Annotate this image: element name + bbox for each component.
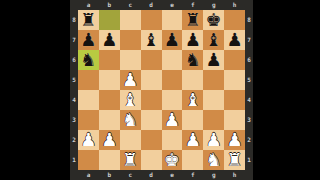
letterbox-background: abcdefgh8♜♜♚87♟♟♝♟♟♝♟76♞♞♟65♟54♝♝43♞♟32♟… bbox=[0, 0, 320, 180]
piece-white-bishop[interactable]: ♝ bbox=[185, 91, 201, 109]
file-label-bottom-g: g bbox=[203, 170, 224, 180]
piece-white-knight[interactable]: ♞ bbox=[122, 111, 138, 129]
rank-label-right-5: 5 bbox=[245, 70, 253, 90]
rank-label-right-1: 1 bbox=[245, 150, 253, 170]
piece-white-pawn[interactable]: ♟ bbox=[80, 131, 96, 149]
file-label-bottom-h: h bbox=[224, 170, 245, 180]
file-label-top-b: b bbox=[99, 0, 120, 10]
piece-black-king[interactable]: ♚ bbox=[206, 11, 222, 29]
square-c2[interactable] bbox=[120, 130, 141, 150]
file-label-top-d: d bbox=[141, 0, 162, 10]
file-label-top-e: e bbox=[162, 0, 183, 10]
square-b2[interactable]: ♟ bbox=[99, 130, 120, 150]
square-g8[interactable]: ♚ bbox=[203, 10, 224, 30]
piece-black-rook[interactable]: ♜ bbox=[80, 11, 96, 29]
piece-black-pawn[interactable]: ♟ bbox=[226, 31, 242, 49]
piece-white-rook[interactable]: ♜ bbox=[226, 151, 242, 169]
piece-black-pawn[interactable]: ♟ bbox=[185, 31, 201, 49]
file-label-top-c: c bbox=[120, 0, 141, 10]
rank-label-left-1: 1 bbox=[70, 150, 78, 170]
square-f4[interactable]: ♝ bbox=[182, 90, 203, 110]
rank-label-right-2: 2 bbox=[245, 130, 253, 150]
rank-label-left-3: 3 bbox=[70, 110, 78, 130]
square-e3[interactable]: ♟ bbox=[162, 110, 183, 130]
square-g3[interactable] bbox=[203, 110, 224, 130]
square-d2[interactable] bbox=[141, 130, 162, 150]
square-f7[interactable]: ♟ bbox=[182, 30, 203, 50]
square-b6[interactable] bbox=[99, 50, 120, 70]
square-g5[interactable] bbox=[203, 70, 224, 90]
square-c6[interactable] bbox=[120, 50, 141, 70]
square-h5[interactable] bbox=[224, 70, 245, 90]
piece-black-pawn[interactable]: ♟ bbox=[101, 31, 117, 49]
file-label-bottom-b: b bbox=[99, 170, 120, 180]
square-g2[interactable]: ♟ bbox=[203, 130, 224, 150]
rank-label-right-3: 3 bbox=[245, 110, 253, 130]
square-e1[interactable]: ♚ bbox=[162, 150, 183, 170]
square-f3[interactable] bbox=[182, 110, 203, 130]
square-f6[interactable]: ♞ bbox=[182, 50, 203, 70]
square-h4[interactable] bbox=[224, 90, 245, 110]
file-label-top-a: a bbox=[78, 0, 99, 10]
square-b7[interactable]: ♟ bbox=[99, 30, 120, 50]
square-a5[interactable] bbox=[78, 70, 99, 90]
piece-white-pawn[interactable]: ♟ bbox=[164, 111, 180, 129]
square-g4[interactable] bbox=[203, 90, 224, 110]
square-d3[interactable] bbox=[141, 110, 162, 130]
file-label-top-h: h bbox=[224, 0, 245, 10]
square-a4[interactable] bbox=[78, 90, 99, 110]
piece-black-pawn[interactable]: ♟ bbox=[164, 31, 180, 49]
square-d8[interactable] bbox=[141, 10, 162, 30]
piece-white-knight[interactable]: ♞ bbox=[206, 151, 222, 169]
file-label-bottom-d: d bbox=[141, 170, 162, 180]
file-label-bottom-a: a bbox=[78, 170, 99, 180]
square-g1[interactable]: ♞ bbox=[203, 150, 224, 170]
square-a1[interactable] bbox=[78, 150, 99, 170]
rank-label-left-6: 6 bbox=[70, 50, 78, 70]
square-h8[interactable] bbox=[224, 10, 245, 30]
square-h6[interactable] bbox=[224, 50, 245, 70]
piece-white-bishop[interactable]: ♝ bbox=[122, 91, 138, 109]
piece-black-knight[interactable]: ♞ bbox=[185, 51, 201, 69]
square-e8[interactable] bbox=[162, 10, 183, 30]
board-corner bbox=[245, 170, 253, 180]
square-c8[interactable] bbox=[120, 10, 141, 30]
square-c3[interactable]: ♞ bbox=[120, 110, 141, 130]
file-label-bottom-c: c bbox=[120, 170, 141, 180]
piece-white-pawn[interactable]: ♟ bbox=[122, 71, 138, 89]
square-d4[interactable] bbox=[141, 90, 162, 110]
chess-board: abcdefgh8♜♜♚87♟♟♝♟♟♝♟76♞♞♟65♟54♝♝43♞♟32♟… bbox=[70, 0, 253, 180]
square-f1[interactable] bbox=[182, 150, 203, 170]
square-h1[interactable]: ♜ bbox=[224, 150, 245, 170]
rank-label-left-5: 5 bbox=[70, 70, 78, 90]
rank-label-right-4: 4 bbox=[245, 90, 253, 110]
board-corner bbox=[70, 0, 78, 10]
rank-label-left-8: 8 bbox=[70, 10, 78, 30]
piece-black-bishop[interactable]: ♝ bbox=[206, 31, 222, 49]
square-e7[interactable]: ♟ bbox=[162, 30, 183, 50]
square-a8[interactable]: ♜ bbox=[78, 10, 99, 30]
square-a6-lastmove-highlight[interactable]: ♞ bbox=[78, 50, 99, 70]
square-b4[interactable] bbox=[99, 90, 120, 110]
piece-white-pawn[interactable]: ♟ bbox=[185, 131, 201, 149]
square-b8-lastmove-highlight[interactable] bbox=[99, 10, 120, 30]
square-g7[interactable]: ♝ bbox=[203, 30, 224, 50]
piece-white-pawn[interactable]: ♟ bbox=[226, 131, 242, 149]
rank-label-right-8: 8 bbox=[245, 10, 253, 30]
square-e4[interactable] bbox=[162, 90, 183, 110]
rank-label-left-7: 7 bbox=[70, 30, 78, 50]
piece-white-pawn[interactable]: ♟ bbox=[206, 131, 222, 149]
piece-white-king[interactable]: ♚ bbox=[164, 151, 180, 169]
square-e2[interactable] bbox=[162, 130, 183, 150]
square-h3[interactable] bbox=[224, 110, 245, 130]
square-a2[interactable]: ♟ bbox=[78, 130, 99, 150]
square-c1[interactable]: ♜ bbox=[120, 150, 141, 170]
square-f8[interactable]: ♜ bbox=[182, 10, 203, 30]
piece-black-pawn[interactable]: ♟ bbox=[206, 51, 222, 69]
square-a7[interactable]: ♟ bbox=[78, 30, 99, 50]
square-f5[interactable] bbox=[182, 70, 203, 90]
square-d1[interactable] bbox=[141, 150, 162, 170]
piece-black-bishop[interactable]: ♝ bbox=[143, 31, 159, 49]
square-a3[interactable] bbox=[78, 110, 99, 130]
rank-label-left-4: 4 bbox=[70, 90, 78, 110]
square-h2[interactable]: ♟ bbox=[224, 130, 245, 150]
rank-label-left-2: 2 bbox=[70, 130, 78, 150]
piece-black-rook[interactable]: ♜ bbox=[185, 11, 201, 29]
rank-label-right-6: 6 bbox=[245, 50, 253, 70]
square-d7[interactable]: ♝ bbox=[141, 30, 162, 50]
square-c4[interactable]: ♝ bbox=[120, 90, 141, 110]
board-corner bbox=[70, 170, 78, 180]
square-c5[interactable]: ♟ bbox=[120, 70, 141, 90]
square-h7[interactable]: ♟ bbox=[224, 30, 245, 50]
square-f2[interactable]: ♟ bbox=[182, 130, 203, 150]
square-g6[interactable]: ♟ bbox=[203, 50, 224, 70]
square-b1[interactable] bbox=[99, 150, 120, 170]
square-d6[interactable] bbox=[141, 50, 162, 70]
rank-label-right-7: 7 bbox=[245, 30, 253, 50]
file-label-top-f: f bbox=[182, 0, 203, 10]
square-e6[interactable] bbox=[162, 50, 183, 70]
piece-black-pawn[interactable]: ♟ bbox=[80, 31, 96, 49]
board-corner bbox=[245, 0, 253, 10]
file-label-top-g: g bbox=[203, 0, 224, 10]
piece-white-rook[interactable]: ♜ bbox=[122, 151, 138, 169]
square-d5[interactable] bbox=[141, 70, 162, 90]
square-b5[interactable] bbox=[99, 70, 120, 90]
file-label-bottom-e: e bbox=[162, 170, 183, 180]
square-c7[interactable] bbox=[120, 30, 141, 50]
piece-black-knight[interactable]: ♞ bbox=[80, 51, 96, 69]
square-b3[interactable] bbox=[99, 110, 120, 130]
square-e5[interactable] bbox=[162, 70, 183, 90]
file-label-bottom-f: f bbox=[182, 170, 203, 180]
piece-white-pawn[interactable]: ♟ bbox=[101, 131, 117, 149]
